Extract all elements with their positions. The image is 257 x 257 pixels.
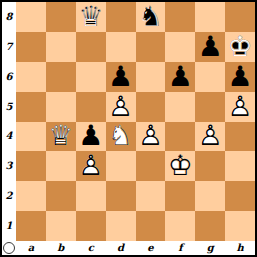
side-to-move-indicator	[3, 242, 15, 254]
file-label-f: f	[165, 241, 195, 255]
square-e7[interactable]	[136, 32, 166, 62]
square-h8[interactable]	[225, 2, 255, 32]
square-h1[interactable]	[225, 211, 255, 241]
file-label-g: g	[195, 241, 225, 255]
rank-label-5: 5	[2, 92, 16, 122]
square-e6[interactable]	[136, 62, 166, 92]
square-g6[interactable]	[195, 62, 225, 92]
chess-diagram: 87654321 ♛♕♞♘♟♙♚♔♟♙♟♙♟♙♟♙♟♙♛♕♟♙♞♘♟♙♟♙♟♙♚…	[0, 0, 257, 257]
square-d2[interactable]	[106, 181, 136, 211]
white-pawn[interactable]: ♟♙	[195, 122, 225, 152]
square-e5[interactable]	[136, 92, 166, 122]
rank-label-7: 7	[2, 32, 16, 62]
white-queen[interactable]: ♛♕	[46, 122, 76, 152]
rank-label-6: 6	[2, 62, 16, 92]
square-h5[interactable]: ♟♙	[225, 92, 255, 122]
square-e3[interactable]	[136, 151, 166, 181]
white-pawn[interactable]: ♟♙	[136, 122, 166, 152]
square-g4[interactable]: ♟♙	[195, 122, 225, 152]
board: ♛♕♞♘♟♙♚♔♟♙♟♙♟♙♟♙♟♙♛♕♟♙♞♘♟♙♟♙♟♙♚♔	[16, 2, 255, 241]
black-pawn[interactable]: ♟♙	[225, 62, 255, 92]
square-b3[interactable]	[46, 151, 76, 181]
black-queen[interactable]: ♛♕	[76, 2, 106, 32]
white-pawn[interactable]: ♟♙	[76, 151, 106, 181]
square-e2[interactable]	[136, 181, 166, 211]
square-a1[interactable]	[16, 211, 46, 241]
file-label-h: h	[225, 241, 255, 255]
file-label-a: a	[16, 241, 46, 255]
square-g8[interactable]	[195, 2, 225, 32]
square-h3[interactable]	[225, 151, 255, 181]
rank-label-2: 2	[2, 181, 16, 211]
square-a7[interactable]	[16, 32, 46, 62]
square-d1[interactable]	[106, 211, 136, 241]
square-d4[interactable]: ♞♘	[106, 122, 136, 152]
square-f3[interactable]: ♚♔	[165, 151, 195, 181]
file-labels: abcdefgh	[16, 241, 255, 255]
square-f4[interactable]	[165, 122, 195, 152]
square-d6[interactable]: ♟♙	[106, 62, 136, 92]
square-f7[interactable]	[165, 32, 195, 62]
black-pawn[interactable]: ♟♙	[195, 32, 225, 62]
square-b4[interactable]: ♛♕	[46, 122, 76, 152]
square-e4[interactable]: ♟♙	[136, 122, 166, 152]
square-c5[interactable]	[76, 92, 106, 122]
square-c7[interactable]	[76, 32, 106, 62]
square-g2[interactable]	[195, 181, 225, 211]
square-c6[interactable]	[76, 62, 106, 92]
rank-label-8: 8	[2, 2, 16, 32]
black-pawn[interactable]: ♟♙	[165, 62, 195, 92]
rank-label-3: 3	[2, 151, 16, 181]
black-knight[interactable]: ♞♘	[136, 2, 166, 32]
square-h4[interactable]	[225, 122, 255, 152]
black-king[interactable]: ♚♔	[225, 32, 255, 62]
square-h6[interactable]: ♟♙	[225, 62, 255, 92]
file-label-e: e	[136, 241, 166, 255]
square-g1[interactable]	[195, 211, 225, 241]
square-a6[interactable]	[16, 62, 46, 92]
black-pawn[interactable]: ♟♙	[76, 122, 106, 152]
file-label-d: d	[106, 241, 136, 255]
square-f2[interactable]	[165, 181, 195, 211]
square-b7[interactable]	[46, 32, 76, 62]
square-a8[interactable]	[16, 2, 46, 32]
square-f1[interactable]	[165, 211, 195, 241]
square-d7[interactable]	[106, 32, 136, 62]
square-b1[interactable]	[46, 211, 76, 241]
square-f8[interactable]	[165, 2, 195, 32]
square-g7[interactable]: ♟♙	[195, 32, 225, 62]
square-c8[interactable]: ♛♕	[76, 2, 106, 32]
rank-labels: 87654321	[2, 2, 16, 241]
square-b2[interactable]	[46, 181, 76, 211]
square-a3[interactable]	[16, 151, 46, 181]
square-g3[interactable]	[195, 151, 225, 181]
corner	[2, 241, 16, 255]
square-b8[interactable]	[46, 2, 76, 32]
square-c1[interactable]	[76, 211, 106, 241]
file-label-c: c	[76, 241, 106, 255]
square-f5[interactable]	[165, 92, 195, 122]
square-d3[interactable]	[106, 151, 136, 181]
square-a2[interactable]	[16, 181, 46, 211]
square-b5[interactable]	[46, 92, 76, 122]
square-b6[interactable]	[46, 62, 76, 92]
black-pawn[interactable]: ♟♙	[106, 62, 136, 92]
square-g5[interactable]	[195, 92, 225, 122]
white-king[interactable]: ♚♔	[165, 151, 195, 181]
square-c2[interactable]	[76, 181, 106, 211]
rank-label-4: 4	[2, 122, 16, 152]
square-c4[interactable]: ♟♙	[76, 122, 106, 152]
square-a5[interactable]	[16, 92, 46, 122]
white-pawn[interactable]: ♟♙	[106, 92, 136, 122]
white-knight[interactable]: ♞♘	[106, 122, 136, 152]
square-e1[interactable]	[136, 211, 166, 241]
square-d8[interactable]	[106, 2, 136, 32]
square-h2[interactable]	[225, 181, 255, 211]
square-f6[interactable]: ♟♙	[165, 62, 195, 92]
square-e8[interactable]: ♞♘	[136, 2, 166, 32]
square-a4[interactable]	[16, 122, 46, 152]
square-h7[interactable]: ♚♔	[225, 32, 255, 62]
rank-label-1: 1	[2, 211, 16, 241]
file-label-b: b	[46, 241, 76, 255]
square-d5[interactable]: ♟♙	[106, 92, 136, 122]
square-c3[interactable]: ♟♙	[76, 151, 106, 181]
white-pawn[interactable]: ♟♙	[225, 92, 255, 122]
